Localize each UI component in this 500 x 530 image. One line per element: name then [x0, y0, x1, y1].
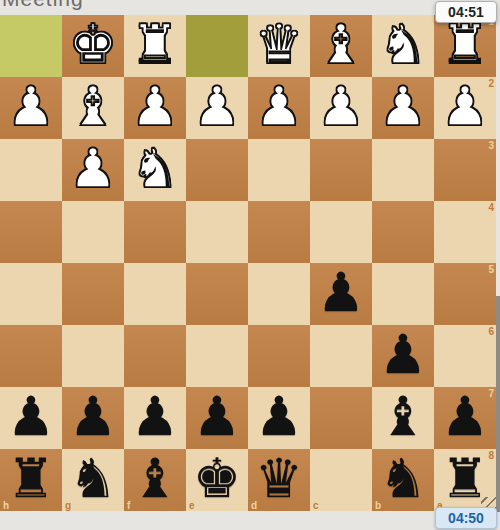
piece-white-rook[interactable]: ♜ — [131, 18, 179, 75]
piece-black-pawn[interactable]: ♟ — [69, 390, 117, 447]
square-c5[interactable]: ♟ — [310, 263, 372, 325]
square-e4[interactable] — [186, 201, 248, 263]
square-c4[interactable] — [310, 201, 372, 263]
rank-label-4: 4 — [488, 202, 494, 213]
square-b5[interactable] — [372, 263, 434, 325]
file-label-c: c — [313, 500, 319, 511]
square-f6[interactable] — [124, 325, 186, 387]
window-title-fragment: Meeting — [2, 0, 84, 11]
square-e5[interactable] — [186, 263, 248, 325]
piece-black-pawn[interactable]: ♟ — [379, 328, 427, 385]
square-h7[interactable]: ♟ — [0, 387, 62, 449]
scrollbar-thumb[interactable] — [496, 296, 500, 512]
square-b8[interactable]: ♞b — [372, 449, 434, 511]
square-c1[interactable]: ♝ — [310, 15, 372, 77]
square-g8[interactable]: ♞g — [62, 449, 124, 511]
square-a4[interactable]: 4 — [434, 201, 496, 263]
piece-black-king[interactable]: ♚ — [193, 452, 241, 509]
piece-white-bishop[interactable]: ♝ — [317, 18, 365, 75]
square-a6[interactable]: 6 — [434, 325, 496, 387]
piece-black-queen[interactable]: ♛ — [255, 452, 303, 509]
square-f5[interactable] — [124, 263, 186, 325]
piece-white-pawn[interactable]: ♟ — [69, 142, 117, 199]
square-h8[interactable]: ♜h — [0, 449, 62, 511]
square-g5[interactable] — [62, 263, 124, 325]
right-gutter — [496, 0, 500, 530]
square-c6[interactable] — [310, 325, 372, 387]
square-a2[interactable]: ♟2 — [434, 77, 496, 139]
square-c2[interactable]: ♟ — [310, 77, 372, 139]
square-b2[interactable]: ♟ — [372, 77, 434, 139]
square-h4[interactable] — [0, 201, 62, 263]
square-g4[interactable] — [62, 201, 124, 263]
file-label-f: f — [127, 500, 130, 511]
square-e6[interactable] — [186, 325, 248, 387]
file-label-e: e — [189, 500, 195, 511]
square-h5[interactable] — [0, 263, 62, 325]
square-d7[interactable]: ♟ — [248, 387, 310, 449]
square-a7[interactable]: ♟7 — [434, 387, 496, 449]
piece-white-pawn[interactable]: ♟ — [131, 80, 179, 137]
file-label-b: b — [375, 500, 381, 511]
square-d8[interactable]: ♛d — [248, 449, 310, 511]
square-g2[interactable]: ♝ — [62, 77, 124, 139]
file-label-g: g — [65, 500, 71, 511]
square-h3[interactable] — [0, 139, 62, 201]
square-b4[interactable] — [372, 201, 434, 263]
piece-black-pawn[interactable]: ♟ — [193, 390, 241, 447]
piece-white-pawn[interactable]: ♟ — [379, 80, 427, 137]
square-d2[interactable]: ♟ — [248, 77, 310, 139]
square-a3[interactable]: 3 — [434, 139, 496, 201]
piece-white-knight[interactable]: ♞ — [379, 18, 427, 75]
square-g1[interactable]: ♚ — [62, 15, 124, 77]
square-b3[interactable] — [372, 139, 434, 201]
piece-black-pawn[interactable]: ♟ — [7, 390, 55, 447]
rank-label-3: 3 — [488, 140, 494, 151]
file-label-h: h — [3, 500, 9, 511]
square-f4[interactable] — [124, 201, 186, 263]
chess-board: ♚♜♛♝♞♜1♟♝♟♟♟♟♟♟2♟♞34♟5♟6♟♟♟♟♟♝♟7♜h♞g♝f♚e… — [0, 15, 496, 511]
piece-white-queen[interactable]: ♛ — [255, 18, 303, 75]
piece-white-pawn[interactable]: ♟ — [255, 80, 303, 137]
square-c3[interactable] — [310, 139, 372, 201]
square-b7[interactable]: ♝ — [372, 387, 434, 449]
rank-label-5: 5 — [488, 264, 494, 275]
square-c7[interactable] — [310, 387, 372, 449]
square-f3[interactable]: ♞ — [124, 139, 186, 201]
square-e3[interactable] — [186, 139, 248, 201]
square-e7[interactable]: ♟ — [186, 387, 248, 449]
square-f8[interactable]: ♝f — [124, 449, 186, 511]
square-e8[interactable]: ♚e — [186, 449, 248, 511]
piece-white-knight[interactable]: ♞ — [131, 142, 179, 199]
square-e1[interactable] — [186, 15, 248, 77]
piece-black-rook[interactable]: ♜ — [7, 452, 55, 509]
piece-black-knight[interactable]: ♞ — [379, 452, 427, 509]
piece-black-bishop[interactable]: ♝ — [131, 452, 179, 509]
player-clock: 04:50 — [435, 507, 497, 529]
square-g7[interactable]: ♟ — [62, 387, 124, 449]
piece-black-bishop[interactable]: ♝ — [379, 390, 427, 447]
square-h6[interactable] — [0, 325, 62, 387]
square-h1[interactable] — [0, 15, 62, 77]
rank-label-7: 7 — [488, 388, 494, 399]
square-b1[interactable]: ♞ — [372, 15, 434, 77]
piece-black-pawn[interactable]: ♟ — [317, 266, 365, 323]
piece-black-pawn[interactable]: ♟ — [131, 390, 179, 447]
piece-white-pawn[interactable]: ♟ — [317, 80, 365, 137]
piece-white-bishop[interactable]: ♝ — [69, 80, 117, 137]
piece-black-knight[interactable]: ♞ — [69, 452, 117, 509]
square-c8[interactable]: c — [310, 449, 372, 511]
square-e2[interactable]: ♟ — [186, 77, 248, 139]
square-f7[interactable]: ♟ — [124, 387, 186, 449]
square-f1[interactable]: ♜ — [124, 15, 186, 77]
square-f2[interactable]: ♟ — [124, 77, 186, 139]
square-h2[interactable]: ♟ — [0, 77, 62, 139]
square-d1[interactable]: ♛ — [248, 15, 310, 77]
square-b6[interactable]: ♟ — [372, 325, 434, 387]
square-a5[interactable]: 5 — [434, 263, 496, 325]
rank-label-6: 6 — [488, 326, 494, 337]
file-label-d: d — [251, 500, 257, 511]
square-d4[interactable] — [248, 201, 310, 263]
piece-white-pawn[interactable]: ♟ — [193, 80, 241, 137]
square-g6[interactable] — [62, 325, 124, 387]
piece-black-pawn[interactable]: ♟ — [255, 390, 303, 447]
rank-label-8: 8 — [488, 450, 494, 461]
square-g3[interactable]: ♟ — [62, 139, 124, 201]
square-a1[interactable]: ♜1 — [434, 15, 496, 77]
piece-white-king[interactable]: ♚ — [69, 18, 117, 75]
piece-black-pawn[interactable]: ♟ — [441, 390, 489, 447]
piece-white-pawn[interactable]: ♟ — [441, 80, 489, 137]
square-d5[interactable] — [248, 263, 310, 325]
square-d6[interactable] — [248, 325, 310, 387]
piece-white-pawn[interactable]: ♟ — [7, 80, 55, 137]
square-d3[interactable] — [248, 139, 310, 201]
rank-label-2: 2 — [488, 78, 494, 89]
opponent-clock: 04:51 — [435, 1, 497, 23]
piece-white-rook[interactable]: ♜ — [441, 18, 489, 75]
